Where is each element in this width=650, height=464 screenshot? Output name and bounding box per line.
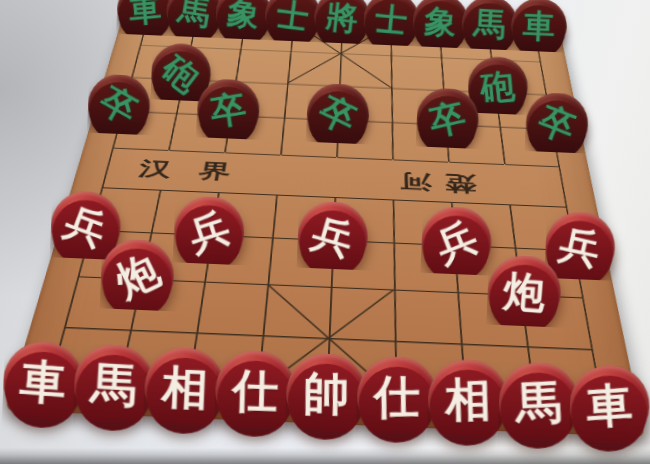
- piece-red-soldier[interactable]: 兵: [297, 200, 370, 273]
- piece-glyph: 仕: [232, 367, 279, 414]
- piece-black-advisor[interactable]: 士: [264, 0, 322, 45]
- piece-glyph: 卒: [426, 98, 468, 140]
- piece-glyph: 炮: [109, 248, 165, 304]
- piece-glyph: 車: [18, 357, 67, 406]
- piece-glyph: 卒: [95, 81, 143, 129]
- piece-glyph: 馬: [90, 361, 139, 410]
- board-perspective-wrapper: 汉界 楚河 車馬象士將士象馬車砲砲卒卒卒卒卒兵兵兵兵兵炮炮車馬相仕帥仕相馬車: [0, 0, 650, 464]
- piece-red-chariot[interactable]: 車: [2, 340, 85, 423]
- piece-black-horse[interactable]: 馬: [165, 0, 223, 40]
- piece-glyph: 兵: [184, 206, 234, 256]
- piece-black-elephant[interactable]: 象: [412, 0, 470, 51]
- piece-glyph: 相: [444, 376, 491, 423]
- piece-glyph: 車: [585, 381, 634, 430]
- piece-black-horse[interactable]: 馬: [461, 0, 519, 53]
- piece-glyph: 兵: [60, 200, 112, 252]
- piece-red-soldier[interactable]: 兵: [420, 205, 493, 278]
- photo-scene: 汉界 楚河 車馬象士將士象馬車砲砲卒卒卒卒卒兵兵兵兵兵炮炮車馬相仕帥仕相馬車: [0, 0, 650, 464]
- piece-red-advisor[interactable]: 仕: [214, 349, 297, 432]
- piece-red-soldier[interactable]: 兵: [173, 195, 246, 268]
- piece-glyph: 炮: [502, 270, 547, 315]
- piece-glyph: 士: [275, 0, 311, 34]
- piece-glyph: 卒: [208, 90, 248, 130]
- piece-black-soldier[interactable]: 卒: [306, 83, 370, 147]
- table-edge-shadow: [0, 448, 650, 464]
- piece-red-cannon[interactable]: 炮: [99, 238, 175, 314]
- piece-glyph: 兵: [556, 223, 604, 271]
- piece-glyph: 仕: [374, 373, 420, 419]
- piece-black-soldier[interactable]: 卒: [525, 92, 589, 156]
- piece-glyph: 車: [522, 9, 555, 42]
- piece-glyph: 兵: [308, 212, 358, 262]
- piece-glyph: 卒: [314, 91, 361, 138]
- piece-glyph: 相: [161, 364, 209, 412]
- pieces-layer: 車馬象士將士象馬車砲砲卒卒卒卒卒兵兵兵兵兵炮炮車馬相仕帥仕相馬車: [49, 16, 603, 406]
- piece-black-general[interactable]: 將: [313, 0, 371, 47]
- piece-black-elephant[interactable]: 象: [215, 0, 273, 42]
- piece-glyph: 士: [374, 2, 409, 37]
- xiangqi-board: 汉界 楚河 車馬象士將士象馬車砲砲卒卒卒卒卒兵兵兵兵兵炮炮車馬相仕帥仕相馬車: [5, 6, 644, 437]
- piece-black-chariot[interactable]: 車: [116, 0, 174, 38]
- piece-glyph: 馬: [473, 7, 507, 41]
- piece-glyph: 兵: [430, 216, 482, 268]
- piece-red-elephant[interactable]: 相: [426, 358, 509, 441]
- piece-glyph: 馬: [176, 0, 213, 30]
- piece-glyph: 帥: [303, 371, 349, 417]
- piece-red-horse[interactable]: 馬: [72, 343, 155, 426]
- piece-black-chariot[interactable]: 車: [510, 0, 568, 55]
- piece-glyph: 象: [225, 0, 261, 32]
- piece-glyph: 車: [128, 0, 162, 27]
- piece-glyph: 將: [324, 0, 359, 35]
- piece-glyph: 馬: [515, 379, 563, 427]
- piece-red-elephant[interactable]: 相: [143, 346, 226, 429]
- piece-red-general[interactable]: 帥: [285, 352, 368, 435]
- piece-glyph: 砲: [157, 49, 205, 97]
- piece-black-soldier[interactable]: 卒: [196, 78, 260, 142]
- piece-red-horse[interactable]: 馬: [497, 361, 580, 444]
- piece-black-advisor[interactable]: 士: [362, 0, 420, 49]
- piece-red-chariot[interactable]: 車: [568, 364, 650, 447]
- piece-black-soldier[interactable]: 卒: [87, 73, 151, 137]
- piece-red-advisor[interactable]: 仕: [356, 355, 439, 438]
- piece-glyph: 砲: [479, 68, 516, 105]
- piece-glyph: 卒: [534, 101, 580, 147]
- piece-glyph: 象: [423, 5, 457, 39]
